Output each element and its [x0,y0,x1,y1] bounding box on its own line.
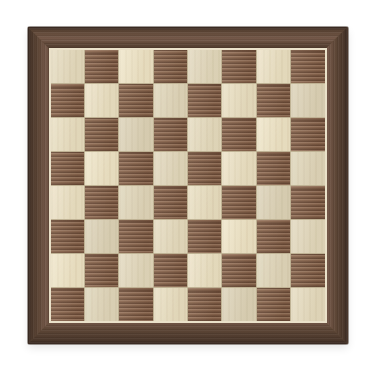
square-h6[interactable] [291,118,324,151]
square-f5[interactable] [222,152,255,185]
square-b8[interactable] [85,50,118,83]
board-frame-left [28,27,51,344]
square-b4[interactable] [85,186,118,219]
square-a4[interactable] [51,186,84,219]
square-f2[interactable] [222,254,255,287]
board-trim [49,48,327,323]
square-c6[interactable] [119,118,152,151]
square-a7[interactable] [51,84,84,117]
square-d5[interactable] [154,152,187,185]
square-d7[interactable] [154,84,187,117]
square-b5[interactable] [85,152,118,185]
square-d4[interactable] [154,186,187,219]
square-a1[interactable] [51,288,84,321]
square-h3[interactable] [291,220,324,253]
square-c2[interactable] [119,254,152,287]
square-b1[interactable] [85,288,118,321]
square-c1[interactable] [119,288,152,321]
square-d1[interactable] [154,288,187,321]
square-b7[interactable] [85,84,118,117]
chess-board [28,27,348,344]
board-frame-right [325,27,348,344]
square-a2[interactable] [51,254,84,287]
square-g1[interactable] [257,288,290,321]
square-e2[interactable] [188,254,221,287]
square-d6[interactable] [154,118,187,151]
square-a6[interactable] [51,118,84,151]
square-g3[interactable] [257,220,290,253]
square-g2[interactable] [257,254,290,287]
square-d2[interactable] [154,254,187,287]
square-e5[interactable] [188,152,221,185]
square-f4[interactable] [222,186,255,219]
square-e8[interactable] [188,50,221,83]
square-h7[interactable] [291,84,324,117]
square-h1[interactable] [291,288,324,321]
square-e3[interactable] [188,220,221,253]
square-a5[interactable] [51,152,84,185]
square-h4[interactable] [291,186,324,219]
square-a3[interactable] [51,220,84,253]
square-f6[interactable] [222,118,255,151]
square-g6[interactable] [257,118,290,151]
square-c8[interactable] [119,50,152,83]
square-f8[interactable] [222,50,255,83]
square-c7[interactable] [119,84,152,117]
square-c5[interactable] [119,152,152,185]
square-e1[interactable] [188,288,221,321]
square-e7[interactable] [188,84,221,117]
square-h2[interactable] [291,254,324,287]
square-f7[interactable] [222,84,255,117]
square-a8[interactable] [51,50,84,83]
square-b2[interactable] [85,254,118,287]
square-f1[interactable] [222,288,255,321]
square-d8[interactable] [154,50,187,83]
square-b6[interactable] [85,118,118,151]
square-b3[interactable] [85,220,118,253]
board-frame-bottom [28,321,348,344]
square-f3[interactable] [222,220,255,253]
square-e4[interactable] [188,186,221,219]
board-grid [51,50,325,321]
square-c4[interactable] [119,186,152,219]
square-h8[interactable] [291,50,324,83]
square-g4[interactable] [257,186,290,219]
square-d3[interactable] [154,220,187,253]
board-frame-top [28,27,348,50]
square-g5[interactable] [257,152,290,185]
square-c3[interactable] [119,220,152,253]
square-g7[interactable] [257,84,290,117]
square-h5[interactable] [291,152,324,185]
square-e6[interactable] [188,118,221,151]
square-g8[interactable] [257,50,290,83]
